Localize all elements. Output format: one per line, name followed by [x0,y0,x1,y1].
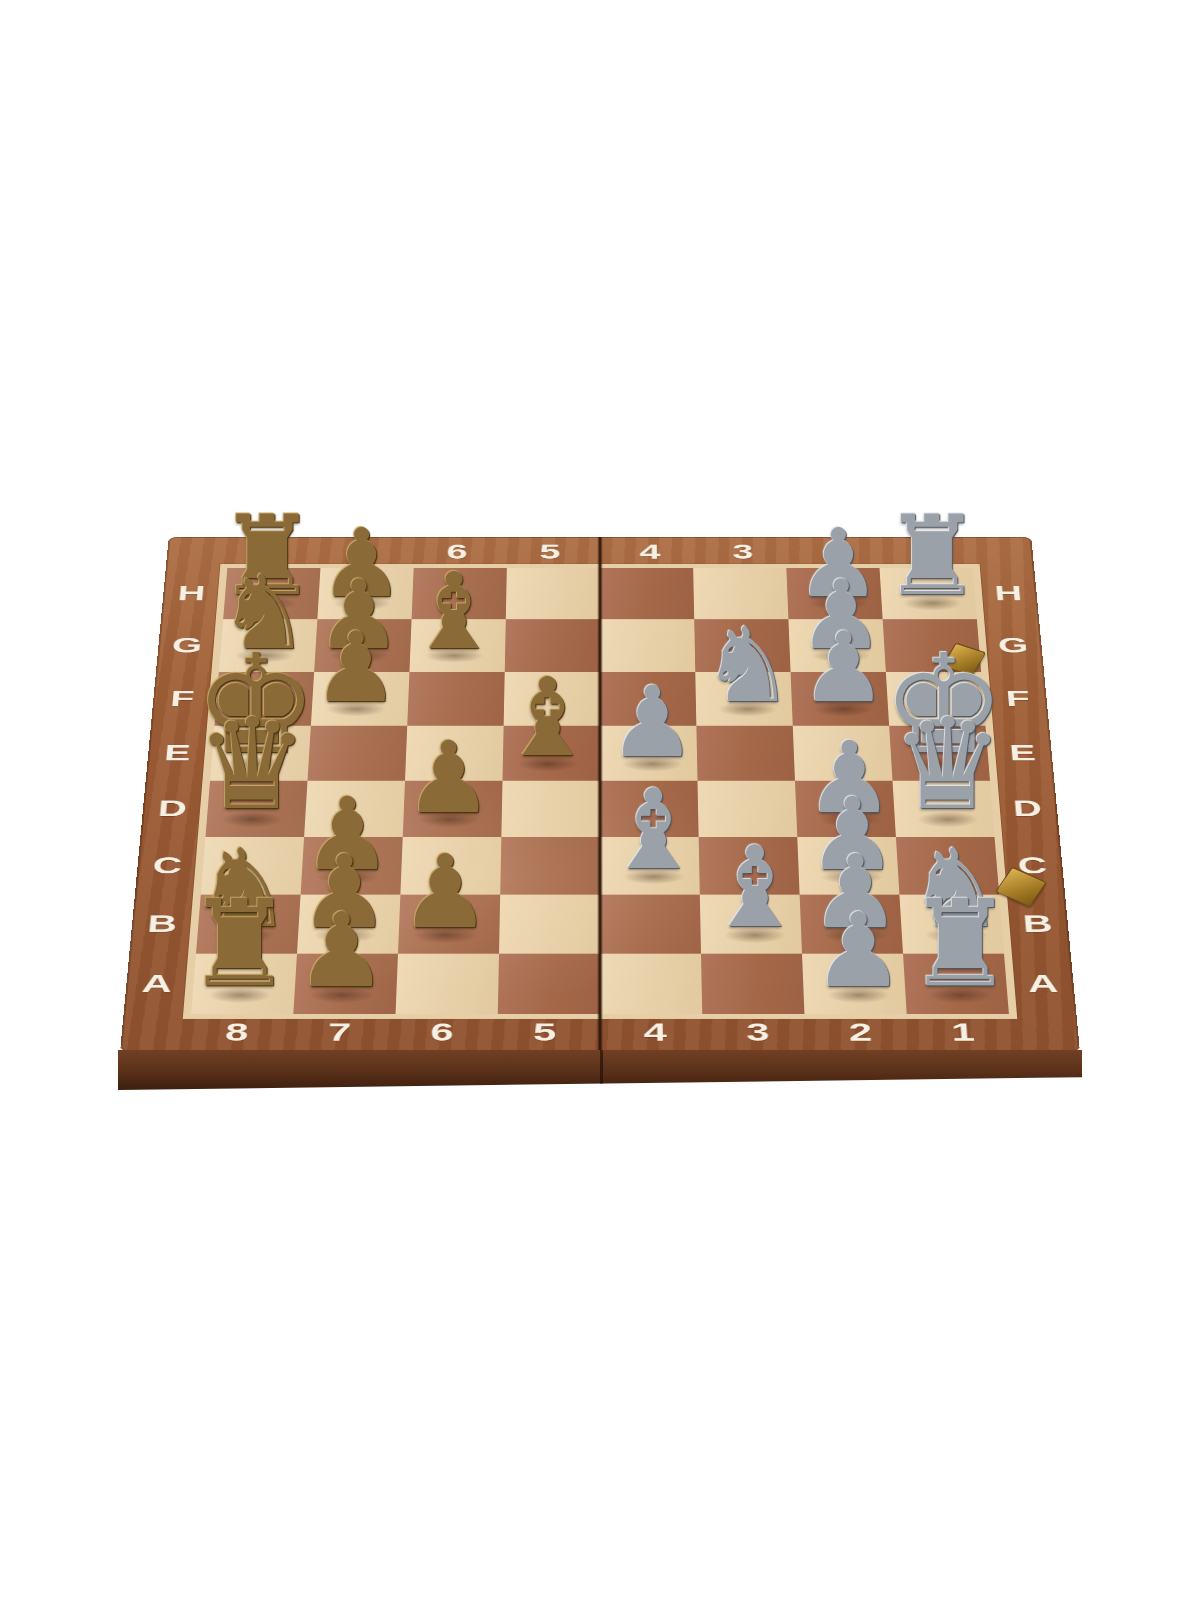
coordinate-label: 5 [533,1018,557,1046]
square-b7 [297,895,400,954]
square-b3 [700,895,802,954]
square-b8 [196,895,301,954]
square-f3 [695,672,792,726]
square-d6 [403,781,503,837]
square-e2 [793,726,893,781]
square-h1 [880,568,977,619]
square-f2 [791,672,890,726]
coordinate-label: 8 [260,540,283,563]
square-b6 [398,895,500,954]
square-d3 [697,781,797,837]
coordinate-label: 1 [950,1018,975,1046]
square-a2 [802,954,907,1014]
square-a1 [903,954,1009,1014]
coordinate-label: D [1012,796,1043,822]
square-g7 [314,619,411,672]
square-f1 [886,672,986,726]
square-a5 [498,954,600,1014]
coordinate-label: H [177,582,207,606]
square-e4 [600,726,697,781]
coordinate-label: 6 [430,1018,454,1046]
coordinate-label: 5 [539,540,560,563]
square-f7 [311,672,410,726]
square-f8 [215,672,315,726]
square-h8 [223,568,320,619]
square-f4 [600,672,696,726]
coordinate-label: B [146,910,178,937]
square-h3 [693,568,788,619]
coordinate-label: 2 [825,540,847,563]
coordinate-label: 8 [224,1018,249,1046]
coordinate-label: F [1005,686,1031,711]
board-front-edge [118,1050,1082,1090]
square-d7 [304,781,405,837]
square-g8 [219,619,317,672]
square-h5 [506,568,600,619]
square-f6 [407,672,504,726]
square-h4 [600,568,694,619]
square-c8 [201,837,304,895]
square-e8 [210,726,311,781]
coordinate-label: E [163,740,192,765]
square-d5 [501,781,600,837]
coordinate-label: A [1027,970,1059,998]
square-e6 [405,726,504,781]
coordinate-label: 3 [746,1018,770,1046]
coordinate-label: B [1022,910,1054,937]
square-g5 [505,619,600,672]
square-b1 [899,895,1004,954]
coordinate-label: 7 [327,1018,352,1046]
square-c4 [600,837,700,895]
board-perspective-wrapper: 8765432187654321HGFEDCBAHGFEDCBA [120,528,1080,1052]
coordinate-label: 3 [732,540,754,563]
coordinate-label: C [152,852,184,879]
coordinate-label: D [157,796,188,822]
chess-board: 8765432187654321HGFEDCBAHGFEDCBA [120,537,1080,1052]
square-g2 [788,619,885,672]
square-g6 [409,619,505,672]
square-d1 [892,781,994,837]
square-c3 [699,837,800,895]
coordinate-label: G [171,633,203,657]
square-e7 [308,726,408,781]
playing-area [191,568,1009,1014]
square-d2 [795,781,896,837]
coordinate-label: E [1008,740,1037,765]
square-b4 [600,895,701,954]
coordinate-label: G [997,633,1029,657]
coordinate-label: 1 [917,540,940,563]
coordinate-label: A [141,970,173,998]
square-c1 [896,837,999,895]
square-b2 [800,895,903,954]
coordinate-label: 2 [848,1018,873,1046]
square-g3 [694,619,790,672]
square-g4 [600,619,695,672]
square-a3 [701,954,804,1014]
square-a6 [396,954,499,1014]
square-c5 [500,837,600,895]
square-e3 [696,726,795,781]
square-d8 [205,781,307,837]
square-a8 [191,954,297,1014]
square-b5 [499,895,600,954]
square-c6 [400,837,501,895]
square-a4 [600,954,702,1014]
coordinate-label: F [169,686,195,711]
coordinate-label: 4 [644,1018,668,1046]
coordinate-label: H [994,582,1024,606]
coordinate-label: 6 [446,540,468,563]
square-e5 [503,726,600,781]
square-e1 [889,726,990,781]
coordinate-label: 7 [353,540,375,563]
square-h7 [317,568,413,619]
square-f5 [504,672,600,726]
product-photo-scene: 8765432187654321HGFEDCBAHGFEDCBA ♜♞♛♚♞♜♟… [0,0,1200,1600]
square-c7 [301,837,403,895]
square-h6 [412,568,507,619]
square-h2 [786,568,882,619]
square-a7 [293,954,398,1014]
square-c2 [797,837,899,895]
front-edge-seam [600,1050,603,1090]
coordinate-label: 4 [639,540,660,563]
square-d4 [600,781,699,837]
